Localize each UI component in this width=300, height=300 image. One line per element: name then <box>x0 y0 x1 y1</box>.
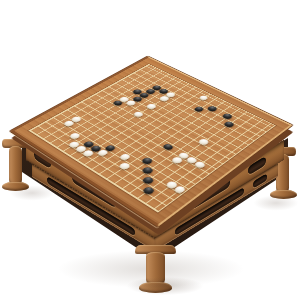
front-leg-foot <box>139 282 172 293</box>
goban-3d-wrapper <box>52 28 252 228</box>
goban-board <box>10 56 293 227</box>
left-leg-foot <box>2 182 29 191</box>
left-leg <box>9 146 22 186</box>
product-photo-scene <box>0 0 300 300</box>
right-leg-foot <box>270 190 297 199</box>
front-leg <box>146 252 165 285</box>
